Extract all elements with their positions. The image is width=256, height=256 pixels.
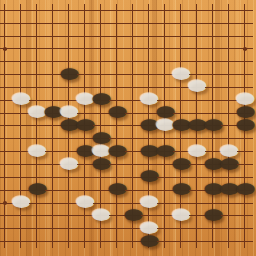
board-cell[interactable] — [61, 222, 77, 235]
board-cell[interactable] — [157, 132, 173, 145]
board-cell[interactable]: ● — [77, 145, 93, 158]
board-cell[interactable] — [221, 17, 237, 30]
board-cell[interactable] — [173, 43, 189, 56]
board-cell[interactable] — [189, 235, 205, 248]
board-cell[interactable] — [77, 158, 93, 171]
board-cell[interactable] — [13, 81, 29, 94]
board-cell[interactable] — [109, 81, 125, 94]
board-cell[interactable] — [205, 222, 221, 235]
board-cell[interactable] — [237, 4, 253, 17]
board-cell[interactable] — [61, 81, 77, 94]
board-cell[interactable]: ● — [205, 184, 221, 197]
board-cell[interactable] — [125, 55, 141, 68]
board-cell[interactable] — [157, 17, 173, 30]
board-cell[interactable]: ● — [61, 68, 77, 81]
board-cell[interactable] — [93, 68, 109, 81]
board-cell[interactable] — [29, 4, 45, 17]
board-cell[interactable] — [125, 222, 141, 235]
board-cell[interactable] — [29, 17, 45, 30]
board-cell[interactable]: ● — [141, 171, 157, 184]
board-cell[interactable] — [13, 158, 29, 171]
board-cell[interactable] — [205, 107, 221, 120]
board-cell[interactable] — [205, 197, 221, 210]
board-cell[interactable] — [189, 158, 205, 171]
board-cell[interactable]: ● — [205, 210, 221, 223]
board-cell[interactable] — [93, 4, 109, 17]
board-cell[interactable] — [13, 210, 29, 223]
board-cell[interactable] — [221, 235, 237, 248]
board-cell[interactable] — [109, 17, 125, 30]
board-cell[interactable] — [13, 43, 29, 56]
board-cell[interactable]: ● — [109, 145, 125, 158]
board-cell[interactable] — [157, 68, 173, 81]
board-cell[interactable] — [93, 235, 109, 248]
board-cell[interactable] — [141, 43, 157, 56]
board-cell[interactable] — [61, 197, 77, 210]
board-cell[interactable] — [221, 171, 237, 184]
board-cell[interactable] — [29, 55, 45, 68]
board-cell[interactable]: ● — [237, 94, 253, 107]
board-cell[interactable] — [237, 43, 253, 56]
board-cell[interactable]: ● — [205, 120, 221, 133]
board-cell[interactable] — [173, 171, 189, 184]
board-cell[interactable] — [221, 120, 237, 133]
board-cell[interactable] — [77, 17, 93, 30]
board-cell[interactable] — [221, 107, 237, 120]
board-cell[interactable] — [237, 222, 253, 235]
board-cell[interactable]: ● — [93, 158, 109, 171]
board-cell[interactable] — [205, 171, 221, 184]
board-cell[interactable] — [141, 107, 157, 120]
board-cell[interactable] — [157, 81, 173, 94]
board-cell[interactable] — [189, 4, 205, 17]
board-cell[interactable] — [237, 68, 253, 81]
board-cell[interactable] — [125, 235, 141, 248]
board-cell[interactable] — [0, 222, 13, 235]
board-cell[interactable]: ● — [29, 107, 45, 120]
board-cell[interactable] — [13, 145, 29, 158]
board-cell[interactable] — [237, 132, 253, 145]
board-cell[interactable]: ● — [77, 197, 93, 210]
board-cell[interactable] — [109, 94, 125, 107]
board-cell[interactable]: ● — [173, 68, 189, 81]
board-cell[interactable] — [45, 132, 61, 145]
board-cell[interactable]: ● — [237, 107, 253, 120]
board-cell[interactable] — [221, 132, 237, 145]
board-cell[interactable] — [61, 94, 77, 107]
board-cell[interactable] — [173, 81, 189, 94]
board-cell[interactable] — [29, 120, 45, 133]
board-cell[interactable] — [205, 145, 221, 158]
board-cell[interactable] — [93, 222, 109, 235]
board-cell[interactable] — [109, 235, 125, 248]
board-cell[interactable]: ● — [141, 235, 157, 248]
board-cell[interactable] — [189, 210, 205, 223]
board-cell[interactable] — [221, 94, 237, 107]
board-cell[interactable]: ● — [13, 94, 29, 107]
board-cell[interactable] — [61, 145, 77, 158]
board-cell[interactable] — [189, 55, 205, 68]
board-cell[interactable] — [109, 210, 125, 223]
board-cell[interactable]: ● — [13, 197, 29, 210]
board-cell[interactable] — [45, 184, 61, 197]
board-cell[interactable] — [141, 30, 157, 43]
board-cell[interactable] — [109, 4, 125, 17]
board-cell[interactable] — [0, 184, 13, 197]
board-cell[interactable] — [77, 107, 93, 120]
board-cell[interactable] — [13, 184, 29, 197]
board-cell[interactable] — [125, 43, 141, 56]
board-cell[interactable] — [237, 55, 253, 68]
board-cell[interactable] — [13, 222, 29, 235]
board-cell[interactable] — [61, 55, 77, 68]
board-cell[interactable] — [125, 17, 141, 30]
board-cell[interactable]: ● — [189, 120, 205, 133]
board-cell[interactable] — [29, 43, 45, 56]
board-cell[interactable]: ● — [141, 120, 157, 133]
board-cell[interactable] — [13, 30, 29, 43]
board-cell[interactable]: ● — [141, 222, 157, 235]
board-cell[interactable] — [189, 184, 205, 197]
board-cell[interactable] — [29, 222, 45, 235]
board-cell[interactable] — [93, 184, 109, 197]
board-cell[interactable] — [157, 43, 173, 56]
board-cell[interactable] — [189, 107, 205, 120]
board-cell[interactable] — [29, 81, 45, 94]
board-cell[interactable] — [61, 30, 77, 43]
board-cell[interactable] — [205, 81, 221, 94]
board-cell[interactable] — [77, 81, 93, 94]
board-cell[interactable]: ● — [77, 120, 93, 133]
board-cell[interactable]: ● — [221, 145, 237, 158]
board-cell[interactable] — [61, 235, 77, 248]
board-cell[interactable] — [13, 4, 29, 17]
board-cell[interactable] — [45, 158, 61, 171]
board-cell[interactable] — [221, 210, 237, 223]
board-cell[interactable] — [189, 68, 205, 81]
board-cell[interactable] — [221, 197, 237, 210]
board-cell[interactable] — [173, 55, 189, 68]
board-cell[interactable] — [61, 43, 77, 56]
board-cell[interactable] — [0, 235, 13, 248]
board-cell[interactable] — [205, 43, 221, 56]
board-cell[interactable] — [141, 81, 157, 94]
board-cell[interactable]: ● — [61, 158, 77, 171]
board-cell[interactable] — [157, 197, 173, 210]
board-cell[interactable] — [29, 30, 45, 43]
board-cell[interactable] — [45, 4, 61, 17]
board-cell[interactable] — [0, 30, 13, 43]
board-cell[interactable] — [0, 43, 13, 56]
board-cell[interactable] — [205, 235, 221, 248]
board-cell[interactable] — [221, 43, 237, 56]
board-cell[interactable] — [237, 197, 253, 210]
board-cell[interactable] — [237, 210, 253, 223]
board-cell[interactable] — [45, 94, 61, 107]
board-cell[interactable] — [157, 171, 173, 184]
board-cell[interactable] — [141, 68, 157, 81]
board-cell[interactable] — [29, 197, 45, 210]
board-cell[interactable] — [173, 235, 189, 248]
board-cell[interactable] — [45, 120, 61, 133]
board-cell[interactable] — [125, 4, 141, 17]
board-cell[interactable] — [141, 55, 157, 68]
board-cell[interactable] — [29, 132, 45, 145]
board-cell[interactable] — [237, 17, 253, 30]
board-cell[interactable] — [93, 43, 109, 56]
board-cell[interactable] — [125, 184, 141, 197]
board-cell[interactable] — [157, 235, 173, 248]
board-cell[interactable] — [173, 197, 189, 210]
board-cell[interactable] — [0, 158, 13, 171]
board-cell[interactable] — [237, 235, 253, 248]
board-cell[interactable] — [141, 17, 157, 30]
board-cell[interactable] — [45, 171, 61, 184]
board-cell[interactable] — [157, 184, 173, 197]
board-cell[interactable] — [125, 120, 141, 133]
board-cell[interactable] — [125, 171, 141, 184]
board-cell[interactable] — [173, 107, 189, 120]
board-cell[interactable] — [45, 17, 61, 30]
board-cell[interactable] — [0, 94, 13, 107]
board-cell[interactable] — [189, 94, 205, 107]
board-cell[interactable]: ● — [29, 145, 45, 158]
board-cell[interactable] — [109, 222, 125, 235]
board-cell[interactable] — [61, 210, 77, 223]
board-cell[interactable] — [189, 197, 205, 210]
board-cell[interactable] — [13, 55, 29, 68]
board-cell[interactable]: ● — [237, 120, 253, 133]
board-cell[interactable] — [93, 17, 109, 30]
board-cell[interactable] — [221, 222, 237, 235]
board-cell[interactable] — [13, 107, 29, 120]
board-cell[interactable] — [189, 43, 205, 56]
board-cell[interactable] — [141, 132, 157, 145]
board-cell[interactable] — [0, 107, 13, 120]
board-cell[interactable] — [205, 17, 221, 30]
board-cell[interactable] — [221, 81, 237, 94]
board-cell[interactable] — [45, 235, 61, 248]
board-cell[interactable] — [141, 210, 157, 223]
board-cell[interactable] — [0, 68, 13, 81]
board-cell[interactable] — [157, 55, 173, 68]
board-cell[interactable] — [77, 132, 93, 145]
board-cell[interactable] — [173, 222, 189, 235]
board-cell[interactable] — [45, 222, 61, 235]
board-cell[interactable]: ● — [173, 210, 189, 223]
board-cell[interactable] — [125, 197, 141, 210]
board-cell[interactable] — [237, 30, 253, 43]
board-cell[interactable]: ● — [93, 145, 109, 158]
board-cell[interactable]: ● — [157, 145, 173, 158]
board-cell[interactable] — [109, 43, 125, 56]
board-cell[interactable] — [173, 17, 189, 30]
board-cell[interactable] — [13, 235, 29, 248]
board-cell[interactable] — [125, 81, 141, 94]
board-cell[interactable] — [45, 197, 61, 210]
board-cell[interactable]: ● — [141, 145, 157, 158]
board-cell[interactable] — [45, 210, 61, 223]
board-cell[interactable] — [237, 171, 253, 184]
board-cell[interactable] — [93, 30, 109, 43]
board-cell[interactable] — [0, 81, 13, 94]
board-cell[interactable] — [237, 145, 253, 158]
board-cell[interactable]: ● — [205, 158, 221, 171]
board-cell[interactable] — [157, 210, 173, 223]
board-cell[interactable] — [109, 158, 125, 171]
board-cell[interactable] — [125, 68, 141, 81]
board-cell[interactable] — [45, 145, 61, 158]
board-cell[interactable] — [13, 171, 29, 184]
board-cell[interactable]: ● — [93, 210, 109, 223]
board-cell[interactable] — [93, 120, 109, 133]
board-cell[interactable]: ● — [141, 197, 157, 210]
board-cell[interactable]: ● — [189, 81, 205, 94]
board-cell[interactable]: ● — [61, 120, 77, 133]
board-cell[interactable] — [61, 171, 77, 184]
board-cell[interactable] — [205, 4, 221, 17]
board-cell[interactable] — [109, 171, 125, 184]
board-cell[interactable]: ● — [221, 158, 237, 171]
board-cell[interactable]: ● — [173, 184, 189, 197]
board-cell[interactable] — [13, 68, 29, 81]
board-cell[interactable] — [0, 210, 13, 223]
board-cell[interactable]: ● — [93, 94, 109, 107]
board-cell[interactable] — [0, 17, 13, 30]
board-cell[interactable]: ● — [157, 120, 173, 133]
board-cell[interactable] — [125, 145, 141, 158]
board-cell[interactable] — [29, 158, 45, 171]
board-cell[interactable] — [93, 55, 109, 68]
board-cell[interactable] — [173, 145, 189, 158]
board-cell[interactable] — [77, 68, 93, 81]
board-cell[interactable]: ● — [125, 210, 141, 223]
board-cell[interactable] — [189, 132, 205, 145]
board-cell[interactable] — [0, 55, 13, 68]
board-cell[interactable] — [29, 68, 45, 81]
board-cell[interactable] — [221, 30, 237, 43]
board-cell[interactable] — [13, 120, 29, 133]
board-cell[interactable]: ● — [61, 107, 77, 120]
board-cell[interactable] — [29, 210, 45, 223]
board-cell[interactable] — [77, 55, 93, 68]
board-cell[interactable] — [205, 132, 221, 145]
board-cell[interactable] — [141, 184, 157, 197]
board-cell[interactable]: ● — [77, 94, 93, 107]
board-cell[interactable] — [109, 132, 125, 145]
board-cell[interactable] — [221, 4, 237, 17]
board-cell[interactable] — [61, 4, 77, 17]
board-cell[interactable]: ● — [157, 107, 173, 120]
board-cell[interactable]: ● — [109, 184, 125, 197]
board-cell[interactable] — [0, 145, 13, 158]
board-cell[interactable]: ● — [45, 107, 61, 120]
board-cell[interactable]: ● — [141, 94, 157, 107]
board-cell[interactable] — [109, 30, 125, 43]
board-cell[interactable] — [157, 94, 173, 107]
board-cell[interactable] — [221, 68, 237, 81]
board-cell[interactable] — [45, 55, 61, 68]
board-cell[interactable] — [93, 107, 109, 120]
board-cell[interactable] — [157, 158, 173, 171]
board-cell[interactable]: ● — [221, 184, 237, 197]
board-cell[interactable] — [141, 158, 157, 171]
board-cell[interactable] — [125, 132, 141, 145]
board-cell[interactable] — [125, 158, 141, 171]
board-cell[interactable] — [125, 107, 141, 120]
board-cell[interactable] — [29, 94, 45, 107]
board-cell[interactable] — [93, 197, 109, 210]
board-cell[interactable] — [157, 30, 173, 43]
board-cell[interactable] — [109, 197, 125, 210]
board-cell[interactable] — [157, 222, 173, 235]
board-cell[interactable] — [125, 30, 141, 43]
board-cell[interactable] — [189, 171, 205, 184]
board-cell[interactable] — [29, 235, 45, 248]
board-cell[interactable] — [0, 171, 13, 184]
board-cell[interactable] — [77, 30, 93, 43]
board-cell[interactable] — [237, 158, 253, 171]
board-cell[interactable]: ● — [29, 184, 45, 197]
board-cell[interactable] — [93, 81, 109, 94]
board-cell[interactable] — [189, 30, 205, 43]
board-cell[interactable] — [61, 184, 77, 197]
board-cell[interactable] — [29, 171, 45, 184]
board-cell[interactable] — [77, 43, 93, 56]
board-cell[interactable] — [141, 4, 157, 17]
board-cell[interactable] — [77, 235, 93, 248]
board-cell[interactable] — [173, 132, 189, 145]
board-cell[interactable] — [0, 4, 13, 17]
board-cell[interactable] — [93, 171, 109, 184]
board-cell[interactable] — [189, 17, 205, 30]
board-cell[interactable] — [77, 4, 93, 17]
board-cell[interactable] — [0, 132, 13, 145]
board-cell[interactable] — [45, 30, 61, 43]
board-cell[interactable] — [45, 43, 61, 56]
board-cell[interactable]: ● — [173, 158, 189, 171]
board-cell[interactable] — [109, 68, 125, 81]
board-cell[interactable] — [205, 94, 221, 107]
board-cell[interactable] — [61, 17, 77, 30]
board-cell[interactable] — [173, 4, 189, 17]
board-cell[interactable] — [237, 81, 253, 94]
board-cell[interactable] — [125, 94, 141, 107]
board-cell[interactable] — [13, 132, 29, 145]
board-cell[interactable] — [45, 81, 61, 94]
board-cell[interactable] — [109, 55, 125, 68]
board-cell[interactable] — [189, 222, 205, 235]
board-cell[interactable] — [173, 30, 189, 43]
board-cell[interactable] — [205, 55, 221, 68]
board-cell[interactable] — [157, 4, 173, 17]
board-cell[interactable] — [205, 68, 221, 81]
board-cell[interactable] — [77, 222, 93, 235]
board-cell[interactable] — [77, 171, 93, 184]
board-cell[interactable] — [221, 55, 237, 68]
board-cell[interactable]: ● — [189, 145, 205, 158]
board-cell[interactable] — [77, 210, 93, 223]
board-cell[interactable]: ● — [109, 107, 125, 120]
board-cell[interactable] — [13, 17, 29, 30]
board-cell[interactable] — [109, 120, 125, 133]
board-cell[interactable] — [45, 68, 61, 81]
board-cell[interactable]: ● — [93, 132, 109, 145]
board-cell[interactable]: ● — [237, 184, 253, 197]
board-cell[interactable] — [61, 132, 77, 145]
board-cell[interactable] — [0, 197, 13, 210]
board-cell[interactable] — [77, 184, 93, 197]
